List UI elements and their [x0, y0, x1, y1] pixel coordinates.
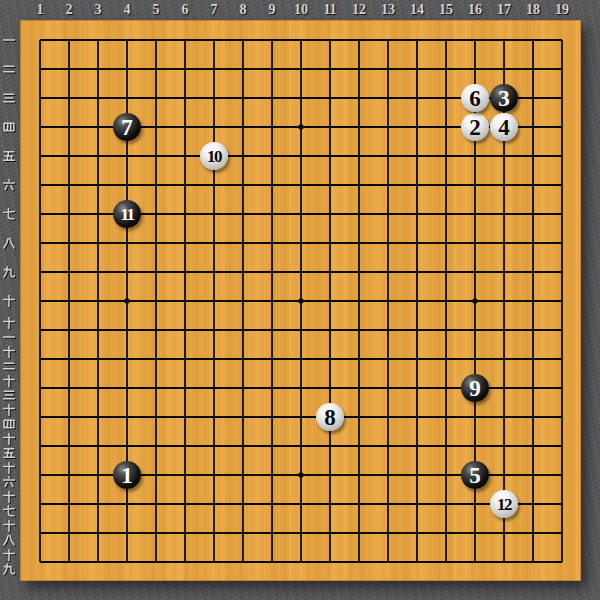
column-label: 4	[124, 2, 131, 18]
row-label	[3, 462, 16, 489]
kanji-numeral-glyph	[3, 331, 16, 344]
move-number: 10	[207, 148, 221, 165]
row-label	[3, 491, 16, 518]
kanji-numeral-glyph	[3, 418, 16, 431]
column-label: 7	[211, 2, 218, 18]
move-number: 1	[121, 464, 133, 487]
stones-layer: 123456789101112	[26, 26, 577, 577]
row-label	[3, 433, 16, 460]
stone-black-3: 3	[490, 84, 518, 112]
column-label: 15	[439, 2, 453, 18]
column-label: 19	[555, 2, 569, 18]
stone-white-12: 12	[490, 490, 518, 518]
row-label	[3, 121, 16, 134]
kanji-numeral-glyph	[3, 360, 16, 373]
kanji-numeral-glyph	[3, 63, 16, 76]
move-number: 4	[498, 116, 510, 139]
kanji-numeral-glyph	[3, 534, 16, 547]
move-number: 6	[469, 87, 481, 110]
stone-black-11: 11	[113, 200, 141, 228]
stone-white-10: 10	[200, 142, 228, 170]
row-label	[3, 375, 16, 402]
kanji-numeral-glyph	[3, 266, 16, 279]
column-label: 2	[66, 2, 73, 18]
kanji-numeral-glyph	[3, 563, 16, 576]
kanji-numeral-glyph	[3, 179, 16, 192]
kanji-numeral-glyph	[3, 549, 16, 562]
column-label: 18	[526, 2, 540, 18]
column-label: 1	[37, 2, 44, 18]
column-label: 16	[468, 2, 482, 18]
row-label	[3, 150, 16, 163]
move-number: 11	[120, 206, 133, 223]
row-label	[3, 237, 16, 250]
kanji-numeral-glyph	[3, 491, 16, 504]
row-label	[3, 266, 16, 279]
move-number: 3	[498, 87, 510, 110]
go-board[interactable]: 123456789101112	[20, 20, 581, 581]
kanji-numeral-glyph	[3, 433, 16, 446]
kanji-numeral-glyph	[3, 462, 16, 475]
kanji-numeral-glyph	[3, 237, 16, 250]
kanji-numeral-glyph	[3, 447, 16, 460]
move-number: 7	[121, 116, 133, 139]
stone-white-2: 2	[461, 113, 489, 141]
kanji-numeral-glyph	[3, 317, 16, 330]
row-label	[3, 549, 16, 576]
row-label	[3, 404, 16, 431]
stone-black-1: 1	[113, 461, 141, 489]
row-label	[3, 34, 16, 47]
column-label: 14	[410, 2, 424, 18]
stone-black-5: 5	[461, 461, 489, 489]
column-label: 11	[323, 2, 336, 18]
kanji-numeral-glyph	[3, 375, 16, 388]
row-label	[3, 346, 16, 373]
move-number: 2	[469, 116, 481, 139]
row-label	[3, 92, 16, 105]
kanji-numeral-glyph	[3, 121, 16, 134]
column-label: 8	[240, 2, 247, 18]
move-number: 5	[469, 464, 481, 487]
column-label: 9	[269, 2, 276, 18]
stone-white-8: 8	[316, 403, 344, 431]
move-number: 8	[324, 406, 336, 429]
kanji-numeral-glyph	[3, 389, 16, 402]
stone-black-7: 7	[113, 113, 141, 141]
go-kifu-diagram: 12345678910111213141516171819 1234567891…	[0, 0, 600, 600]
column-label: 17	[497, 2, 511, 18]
row-label	[3, 179, 16, 192]
kanji-numeral-glyph	[3, 505, 16, 518]
kanji-numeral-glyph	[3, 476, 16, 489]
column-label: 6	[182, 2, 189, 18]
kanji-numeral-glyph	[3, 34, 16, 47]
column-label: 13	[381, 2, 395, 18]
kanji-numeral-glyph	[3, 346, 16, 359]
row-label	[3, 317, 16, 344]
kanji-numeral-glyph	[3, 404, 16, 417]
kanji-numeral-glyph	[3, 295, 16, 308]
stone-black-9: 9	[461, 374, 489, 402]
stone-white-4: 4	[490, 113, 518, 141]
kanji-numeral-glyph	[3, 208, 16, 221]
move-number: 9	[469, 377, 481, 400]
kanji-numeral-glyph	[3, 92, 16, 105]
row-label	[3, 295, 16, 308]
column-label: 10	[294, 2, 308, 18]
kanji-numeral-glyph	[3, 520, 16, 533]
row-label	[3, 63, 16, 76]
row-label	[3, 520, 16, 547]
move-number: 12	[497, 496, 511, 513]
column-label: 5	[153, 2, 160, 18]
column-label: 12	[352, 2, 366, 18]
kanji-numeral-glyph	[3, 150, 16, 163]
row-label	[3, 208, 16, 221]
column-label: 3	[95, 2, 102, 18]
stone-white-6: 6	[461, 84, 489, 112]
